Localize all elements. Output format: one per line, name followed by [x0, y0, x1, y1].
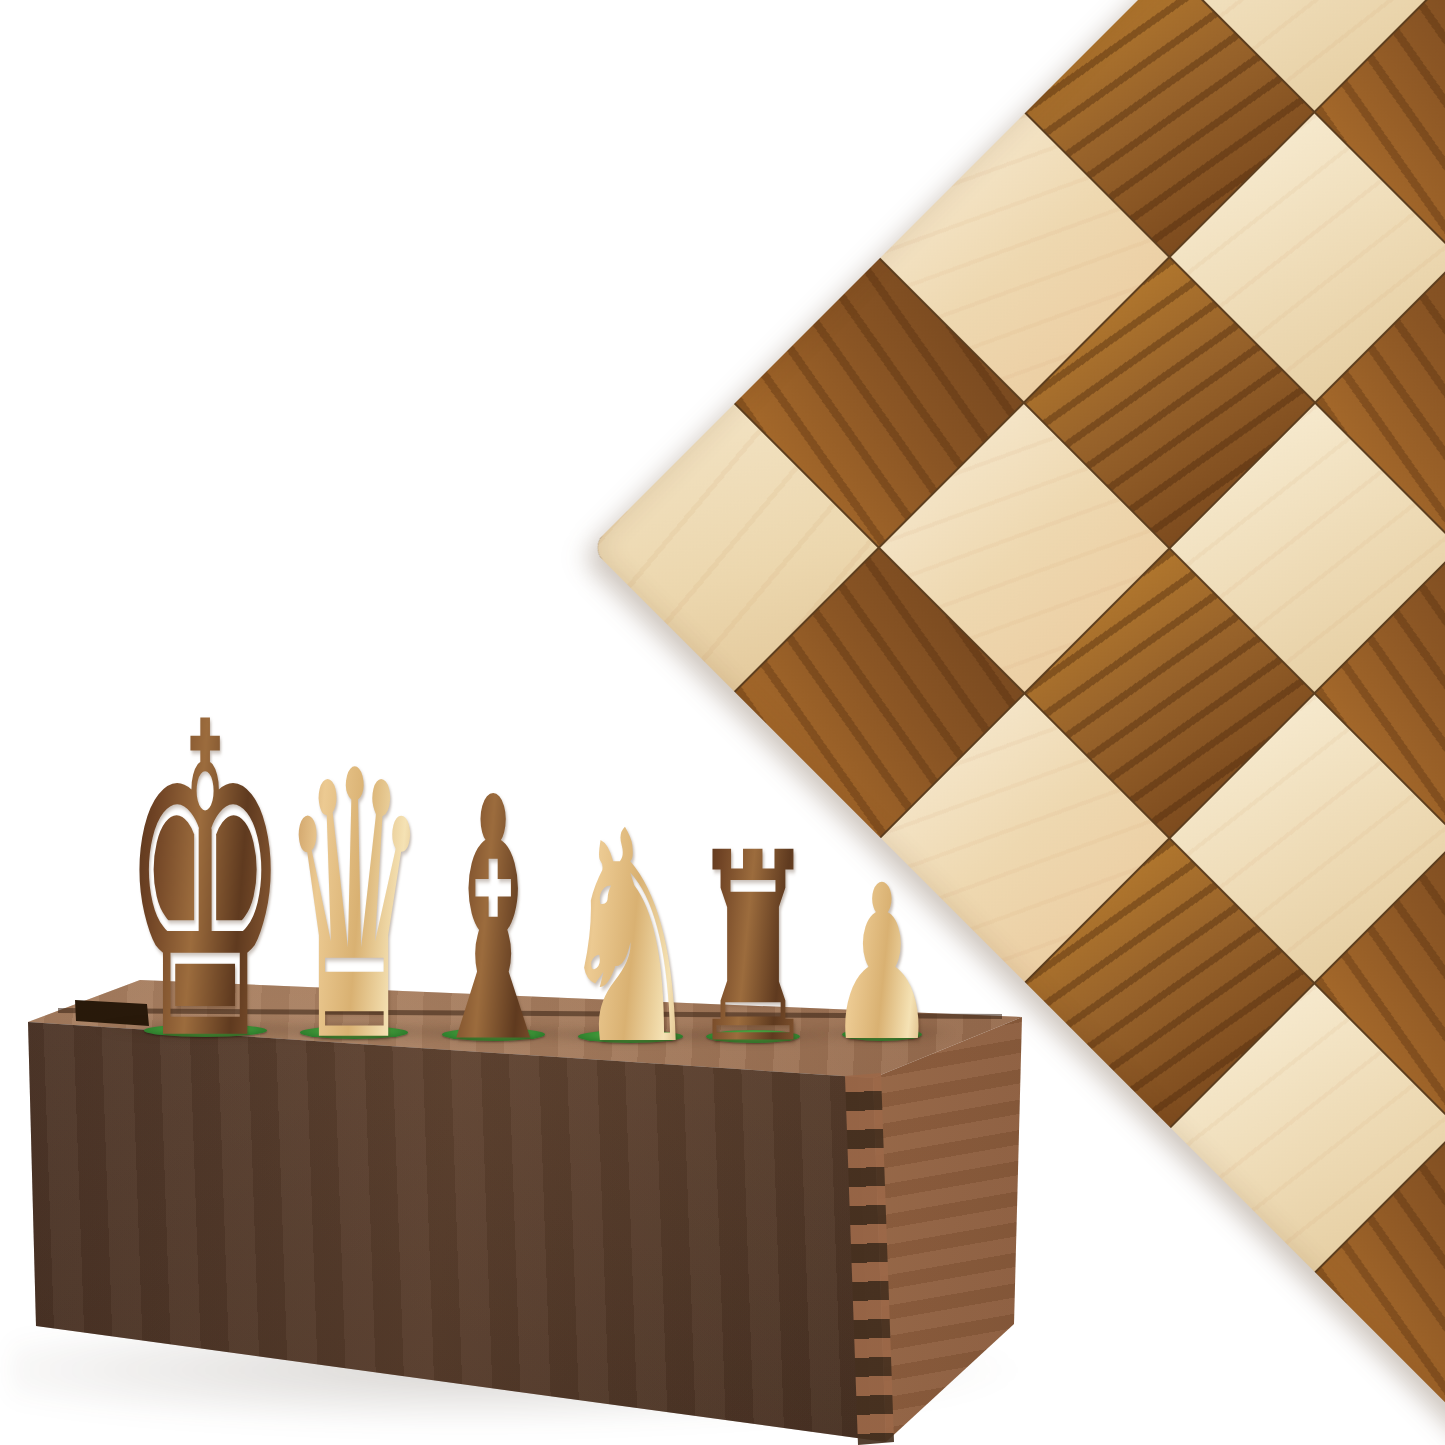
scene: ♚♛♝♞♜♟ [0, 0, 1445, 1445]
pawn-glyph: ♟ [827, 857, 937, 1071]
pieces-row: ♚♛♝♞♜♟ [0, 0, 1445, 1445]
chess-piece-pawn: ♟ [682, 884, 1082, 1038]
